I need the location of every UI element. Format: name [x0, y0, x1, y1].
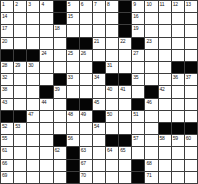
- cell-r11c7[interactable]: [80, 123, 92, 134]
- cell-r5c9[interactable]: [106, 50, 118, 61]
- black-cell-r6c8: [93, 62, 105, 73]
- cell-r15c5[interactable]: [54, 172, 66, 183]
- cell-r1c9[interactable]: 8: [106, 1, 118, 12]
- cell-r9c5[interactable]: [54, 99, 66, 110]
- cell-r3c4[interactable]: [40, 25, 52, 36]
- cell-r8c3[interactable]: [27, 86, 39, 97]
- cell-r4c3[interactable]: [27, 38, 39, 49]
- cell-r10c11[interactable]: 51: [132, 111, 144, 122]
- cell-r12c1[interactable]: 55: [1, 135, 13, 146]
- cell-r10c13[interactable]: [159, 111, 171, 122]
- black-cell-r11c13: [159, 123, 171, 134]
- clue-number-20: 20: [2, 38, 7, 44]
- cell-r2c2[interactable]: [14, 13, 26, 24]
- cell-r12c15[interactable]: 60: [185, 135, 197, 146]
- cell-r3c14[interactable]: [172, 25, 184, 36]
- cell-r6c2[interactable]: 29: [14, 62, 26, 73]
- clue-number-52: 52: [2, 123, 7, 129]
- clue-number-6: 6: [81, 1, 83, 7]
- clue-number-58: 58: [160, 135, 165, 141]
- clue-number-50: 50: [107, 111, 112, 117]
- cell-r4c8[interactable]: 21: [93, 38, 105, 49]
- black-cell-r12c9: [106, 135, 118, 146]
- cell-r5c10[interactable]: [119, 50, 131, 61]
- black-cell-r15c11: [132, 172, 144, 183]
- clue-number-34: 34: [94, 74, 99, 80]
- cell-r12c8[interactable]: [93, 135, 105, 146]
- cell-r14c10[interactable]: [119, 160, 131, 171]
- cell-r9c8[interactable]: 45: [93, 99, 105, 110]
- cell-r11c11[interactable]: [132, 123, 144, 134]
- clue-number-28: 28: [2, 62, 7, 68]
- clue-number-23: 23: [146, 38, 151, 44]
- cell-r5c12[interactable]: [145, 50, 157, 61]
- cell-r3c3[interactable]: [27, 25, 39, 36]
- cell-r14c9[interactable]: [106, 160, 118, 171]
- clue-number-15: 15: [68, 13, 73, 19]
- black-cell-r7c5: [54, 74, 66, 85]
- cell-r11c9[interactable]: [106, 123, 118, 134]
- cell-r3c11[interactable]: 19: [132, 25, 144, 36]
- clue-number-62: 62: [55, 147, 60, 153]
- cell-r6c12[interactable]: [145, 62, 157, 73]
- clue-number-45: 45: [94, 99, 99, 105]
- cell-r4c2[interactable]: [14, 38, 26, 49]
- clue-number-61: 61: [2, 147, 7, 153]
- black-cell-r4c6: [67, 38, 79, 49]
- black-cell-r4c7: [80, 38, 92, 49]
- clue-number-2: 2: [15, 1, 17, 7]
- cell-r12c14[interactable]: 59: [172, 135, 184, 146]
- clue-number-44: 44: [41, 99, 46, 105]
- cell-r2c7[interactable]: [80, 13, 92, 24]
- cell-r14c3[interactable]: [27, 160, 39, 171]
- clue-number-60: 60: [186, 135, 191, 141]
- clue-number-33: 33: [68, 74, 73, 80]
- black-cell-r8c4: [40, 86, 52, 97]
- cell-r1c12[interactable]: 10: [145, 1, 157, 12]
- black-cell-r10c1: [1, 111, 13, 122]
- cell-r8c15[interactable]: [185, 86, 197, 97]
- cell-r5c8[interactable]: [93, 50, 105, 61]
- cell-r1c15[interactable]: 13: [185, 1, 197, 12]
- cell-r8c8[interactable]: [93, 86, 105, 97]
- clue-number-63: 63: [81, 147, 86, 153]
- cell-r3c1[interactable]: 17: [1, 25, 13, 36]
- cell-r10c9[interactable]: 50: [106, 111, 118, 122]
- cell-r10c6[interactable]: 48: [67, 111, 79, 122]
- cell-r4c14[interactable]: [172, 38, 184, 49]
- cell-r3c9[interactable]: [106, 25, 118, 36]
- cell-r12c11[interactable]: 57: [132, 135, 144, 146]
- cell-r15c2[interactable]: [14, 172, 26, 183]
- clue-number-37: 37: [186, 74, 191, 80]
- cell-r15c15[interactable]: [185, 172, 197, 183]
- clue-number-36: 36: [173, 74, 178, 80]
- cell-r1c14[interactable]: 12: [172, 1, 184, 12]
- cell-r6c10[interactable]: [119, 62, 131, 73]
- black-cell-r7c10: [119, 74, 131, 85]
- cell-r15c1[interactable]: 69: [1, 172, 13, 183]
- cell-r4c1[interactable]: 20: [1, 38, 13, 49]
- clue-number-43: 43: [2, 99, 7, 105]
- cell-r3c6[interactable]: [67, 25, 79, 36]
- clue-number-49: 49: [81, 111, 86, 117]
- cell-r8c9[interactable]: 40: [106, 86, 118, 97]
- black-cell-r8c12: [145, 86, 157, 97]
- clue-number-57: 57: [133, 135, 138, 141]
- clue-number-12: 12: [173, 1, 178, 7]
- black-cell-r15c6: [67, 172, 79, 183]
- cell-r8c5[interactable]: 39: [54, 86, 66, 97]
- cell-r2c11[interactable]: 16: [132, 13, 144, 24]
- cell-r7c2[interactable]: [14, 74, 26, 85]
- clue-number-71: 71: [146, 172, 151, 178]
- clue-number-35: 35: [133, 74, 138, 80]
- cell-r7c7[interactable]: [80, 74, 92, 85]
- cell-r7c14[interactable]: 36: [172, 74, 184, 85]
- cell-r15c9[interactable]: [106, 172, 118, 183]
- cell-r6c4[interactable]: [40, 62, 52, 73]
- cell-r8c2[interactable]: [14, 86, 26, 97]
- cell-r6c11[interactable]: [132, 62, 144, 73]
- clue-number-59: 59: [173, 135, 178, 141]
- clue-number-39: 39: [55, 86, 60, 92]
- cell-r11c2[interactable]: 53: [14, 123, 26, 134]
- black-cell-r1c5: [54, 1, 66, 12]
- clue-number-16: 16: [133, 13, 138, 19]
- cell-r13c14[interactable]: [172, 147, 184, 158]
- cell-r9c13[interactable]: [159, 99, 171, 110]
- cell-r6c1[interactable]: 28: [1, 62, 13, 73]
- cell-r2c9[interactable]: [106, 13, 118, 24]
- black-cell-r12c5: [54, 135, 66, 146]
- cell-r6c9[interactable]: 31: [106, 62, 118, 73]
- black-cell-r6c14: [172, 62, 184, 73]
- cell-r15c4[interactable]: [40, 172, 52, 183]
- clue-number-1: 1: [2, 1, 4, 7]
- clue-number-69: 69: [2, 172, 7, 178]
- cell-r6c3[interactable]: 30: [27, 62, 39, 73]
- cell-r7c6[interactable]: 33: [67, 74, 79, 85]
- cell-r13c12[interactable]: [145, 147, 157, 158]
- cell-r9c15[interactable]: [185, 99, 197, 110]
- cell-r4c13[interactable]: [159, 38, 171, 49]
- clue-number-48: 48: [68, 111, 73, 117]
- cell-r7c3[interactable]: [27, 74, 39, 85]
- cell-r13c8[interactable]: [93, 147, 105, 158]
- clue-number-4: 4: [41, 1, 43, 7]
- cell-r7c1[interactable]: 32: [1, 74, 13, 85]
- clue-number-10: 10: [146, 1, 151, 7]
- cell-r9c9[interactable]: [106, 99, 118, 110]
- cell-r12c2[interactable]: [14, 135, 26, 146]
- clue-number-40: 40: [107, 86, 112, 92]
- cell-r14c13[interactable]: [159, 160, 171, 171]
- cell-r8c6[interactable]: [67, 86, 79, 97]
- cell-r1c11[interactable]: 9: [132, 1, 144, 12]
- cell-r13c13[interactable]: [159, 147, 171, 158]
- cell-r9c10[interactable]: [119, 99, 131, 110]
- black-cell-r11c15: [185, 123, 197, 134]
- cell-r14c14[interactable]: [172, 160, 184, 171]
- cell-r15c13[interactable]: [159, 172, 171, 183]
- clue-number-27: 27: [133, 50, 138, 56]
- cell-r6c6[interactable]: [67, 62, 79, 73]
- black-cell-r14c6: [67, 160, 79, 171]
- cell-r5c5[interactable]: [54, 50, 66, 61]
- cell-r7c4[interactable]: [40, 74, 52, 85]
- cell-r8c11[interactable]: [132, 86, 144, 97]
- clue-number-54: 54: [94, 123, 99, 129]
- cell-r8c1[interactable]: 38: [1, 86, 13, 97]
- clue-number-46: 46: [146, 99, 151, 105]
- cell-r5c4[interactable]: 24: [40, 50, 52, 61]
- cell-r9c3[interactable]: [27, 99, 39, 110]
- cell-r1c3[interactable]: 3: [27, 1, 39, 12]
- cell-r4c10[interactable]: 22: [119, 38, 131, 49]
- cell-r4c15[interactable]: [185, 38, 197, 49]
- cell-r13c3[interactable]: [27, 147, 39, 158]
- clue-number-9: 9: [133, 1, 135, 7]
- clue-number-68: 68: [146, 160, 151, 166]
- cell-r5c15[interactable]: [185, 50, 197, 61]
- clue-number-19: 19: [133, 25, 138, 31]
- clue-number-47: 47: [28, 111, 33, 117]
- cell-r8c10[interactable]: 41: [119, 86, 131, 97]
- black-cell-r7c9: [106, 74, 118, 85]
- cell-r14c15[interactable]: [185, 160, 197, 171]
- cell-r12c4[interactable]: [40, 135, 52, 146]
- cell-r11c1[interactable]: 52: [1, 123, 13, 134]
- cell-r14c4[interactable]: [40, 160, 52, 171]
- cell-r8c7[interactable]: [80, 86, 92, 97]
- clue-number-66: 66: [2, 160, 7, 166]
- cell-r2c13[interactable]: [159, 13, 171, 24]
- cell-r11c6[interactable]: [67, 123, 79, 134]
- clue-number-13: 13: [186, 1, 191, 7]
- cell-r10c5[interactable]: [54, 111, 66, 122]
- cell-r1c1[interactable]: 1: [1, 1, 13, 12]
- clue-number-53: 53: [15, 123, 20, 129]
- clue-number-26: 26: [81, 50, 86, 56]
- cell-r8c14[interactable]: [172, 86, 184, 97]
- cell-r2c12[interactable]: [145, 13, 157, 24]
- cell-r12c6[interactable]: 56: [67, 135, 79, 146]
- cell-r1c2[interactable]: 2: [14, 1, 26, 12]
- black-cell-r5c3: [27, 50, 39, 61]
- cell-r12c13[interactable]: 58: [159, 135, 171, 146]
- black-cell-r1c10: [119, 1, 131, 12]
- cell-r1c4[interactable]: 4: [40, 1, 52, 12]
- cell-r5c11[interactable]: 27: [132, 50, 144, 61]
- clue-number-25: 25: [68, 50, 73, 56]
- cell-r15c8[interactable]: [93, 172, 105, 183]
- clue-number-56: 56: [68, 135, 73, 141]
- clue-number-7: 7: [94, 1, 96, 7]
- clue-number-17: 17: [2, 25, 7, 31]
- cell-r3c8[interactable]: [93, 25, 105, 36]
- cell-r2c8[interactable]: [93, 13, 105, 24]
- cell-r10c3[interactable]: 47: [27, 111, 39, 122]
- cell-r2c6[interactable]: 15: [67, 13, 79, 24]
- cell-r1c6[interactable]: 5: [67, 1, 79, 12]
- cell-r14c8[interactable]: [93, 160, 105, 171]
- black-cell-r2c5: [54, 13, 66, 24]
- cell-r1c7[interactable]: 6: [80, 1, 92, 12]
- clue-number-55: 55: [2, 135, 7, 141]
- black-cell-r2c10: [119, 13, 131, 24]
- clue-number-22: 22: [120, 38, 125, 44]
- cell-r14c12[interactable]: 68: [145, 160, 157, 171]
- clue-number-11: 11: [160, 1, 165, 7]
- cell-r8c13[interactable]: 42: [159, 86, 171, 97]
- cell-r2c1[interactable]: 14: [1, 13, 13, 24]
- black-cell-r9c6: [67, 99, 79, 110]
- black-cell-r11c14: [172, 123, 184, 134]
- clue-number-21: 21: [94, 38, 99, 44]
- cell-r10c15[interactable]: [185, 111, 197, 122]
- cell-r10c14[interactable]: [172, 111, 184, 122]
- cell-r3c2[interactable]: [14, 25, 26, 36]
- cell-r12c12[interactable]: [145, 135, 157, 146]
- black-cell-r13c6: [67, 147, 79, 158]
- cell-r13c5[interactable]: 62: [54, 147, 66, 158]
- cell-r7c11[interactable]: 35: [132, 74, 144, 85]
- black-cell-r4c11: [132, 38, 144, 49]
- cell-r5c7[interactable]: 26: [80, 50, 92, 61]
- cell-r4c4[interactable]: [40, 38, 52, 49]
- cell-r9c1[interactable]: 43: [1, 99, 13, 110]
- cell-r3c5[interactable]: 18: [54, 25, 66, 36]
- cell-r11c4[interactable]: [40, 123, 52, 134]
- cell-r13c7[interactable]: 63: [80, 147, 92, 158]
- cell-r1c8[interactable]: 7: [93, 1, 105, 12]
- cell-r2c14[interactable]: [172, 13, 184, 24]
- cell-r13c11[interactable]: [132, 147, 144, 158]
- cell-r3c7[interactable]: [80, 25, 92, 36]
- cell-r11c8[interactable]: 54: [93, 123, 105, 134]
- cell-r5c13[interactable]: [159, 50, 171, 61]
- black-cell-r5c1: [1, 50, 13, 61]
- cell-r15c7[interactable]: 70: [80, 172, 92, 183]
- cell-r14c1[interactable]: 66: [1, 160, 13, 171]
- clue-number-30: 30: [28, 62, 33, 68]
- cell-r11c12[interactable]: [145, 123, 157, 134]
- clue-number-38: 38: [2, 86, 7, 92]
- clue-number-51: 51: [133, 111, 138, 117]
- clue-number-64: 64: [107, 147, 112, 153]
- cell-r15c14[interactable]: [172, 172, 184, 183]
- cell-r6c7[interactable]: [80, 62, 92, 73]
- cell-r9c4[interactable]: 44: [40, 99, 52, 110]
- cell-r4c9[interactable]: [106, 38, 118, 49]
- cell-r15c3[interactable]: [27, 172, 39, 183]
- cell-r10c12[interactable]: [145, 111, 157, 122]
- cell-r2c4[interactable]: [40, 13, 52, 24]
- cell-r6c13[interactable]: [159, 62, 171, 73]
- cell-r7c12[interactable]: [145, 74, 157, 85]
- cell-r9c14[interactable]: [172, 99, 184, 110]
- clue-number-24: 24: [41, 50, 46, 56]
- black-cell-r6c15: [185, 62, 197, 73]
- clue-number-8: 8: [107, 1, 109, 7]
- cell-r15c12[interactable]: 71: [145, 172, 157, 183]
- cell-r6c5[interactable]: [54, 62, 66, 73]
- cell-r3c12[interactable]: [145, 25, 157, 36]
- cell-r12c7[interactable]: [80, 135, 92, 146]
- cell-r13c15[interactable]: [185, 147, 197, 158]
- cell-r4c12[interactable]: 23: [145, 38, 157, 49]
- cell-r10c7[interactable]: 49: [80, 111, 92, 122]
- clue-number-41: 41: [120, 86, 125, 92]
- crossword-grid: 1234567891011121314151617181920212223242…: [0, 0, 198, 184]
- cell-r11c10[interactable]: [119, 123, 131, 134]
- cell-r5c6[interactable]: 25: [67, 50, 79, 61]
- cell-r9c12[interactable]: 46: [145, 99, 157, 110]
- cell-r3c13[interactable]: [159, 25, 171, 36]
- clue-number-3: 3: [28, 1, 30, 7]
- cell-r14c5[interactable]: [54, 160, 66, 171]
- clue-number-29: 29: [15, 62, 20, 68]
- cell-r14c2[interactable]: [14, 160, 26, 171]
- black-cell-r9c11: [132, 99, 144, 110]
- black-cell-r10c2: [14, 111, 26, 122]
- cell-r13c2[interactable]: [14, 147, 26, 158]
- cell-r7c15[interactable]: 37: [185, 74, 197, 85]
- cell-r13c10[interactable]: 65: [119, 147, 131, 158]
- cell-r7c13[interactable]: [159, 74, 171, 85]
- clue-number-14: 14: [2, 13, 7, 19]
- clue-number-31: 31: [107, 62, 112, 68]
- cell-r14c7[interactable]: 67: [80, 160, 92, 171]
- cell-r10c10[interactable]: [119, 111, 131, 122]
- cell-r1c13[interactable]: 11: [159, 1, 171, 12]
- cell-r13c1[interactable]: 61: [1, 147, 13, 158]
- cell-r13c4[interactable]: [40, 147, 52, 158]
- cell-r10c4[interactable]: [40, 111, 52, 122]
- cell-r7c8[interactable]: 34: [93, 74, 105, 85]
- cell-r12c3[interactable]: [27, 135, 39, 146]
- cell-r5c14[interactable]: [172, 50, 184, 61]
- cell-r4c5[interactable]: [54, 38, 66, 49]
- cell-r3c15[interactable]: [185, 25, 197, 36]
- cell-r11c3[interactable]: [27, 123, 39, 134]
- cell-r11c5[interactable]: [54, 123, 66, 134]
- cell-r9c2[interactable]: [14, 99, 26, 110]
- clue-number-32: 32: [2, 74, 7, 80]
- black-cell-r9c7: [80, 99, 92, 110]
- cell-r2c3[interactable]: [27, 13, 39, 24]
- cell-r13c9[interactable]: 64: [106, 147, 118, 158]
- clue-number-5: 5: [68, 1, 70, 7]
- black-cell-r14c11: [132, 160, 144, 171]
- clue-number-18: 18: [55, 25, 60, 31]
- clue-number-70: 70: [81, 172, 86, 178]
- cell-r2c15[interactable]: [185, 13, 197, 24]
- cell-r15c10[interactable]: [119, 172, 131, 183]
- black-cell-r5c2: [14, 50, 26, 61]
- black-cell-r3c10: [119, 25, 131, 36]
- clue-number-65: 65: [120, 147, 125, 153]
- black-cell-r12c10: [119, 135, 131, 146]
- clue-number-67: 67: [81, 160, 86, 166]
- clue-number-42: 42: [160, 86, 165, 92]
- black-cell-r10c8: [93, 111, 105, 122]
